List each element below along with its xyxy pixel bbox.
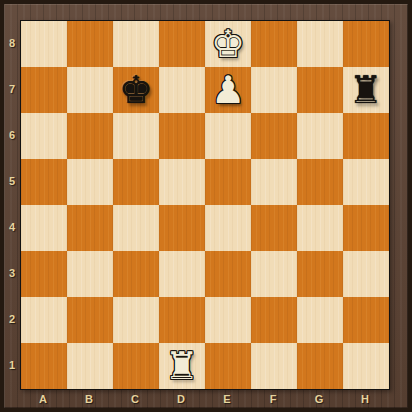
file-label-c: C xyxy=(112,390,158,408)
square-d8[interactable] xyxy=(159,21,205,67)
square-b1[interactable] xyxy=(67,343,113,389)
square-g1[interactable] xyxy=(297,343,343,389)
square-f3[interactable] xyxy=(251,251,297,297)
square-h8[interactable] xyxy=(343,21,389,67)
square-b6[interactable] xyxy=(67,113,113,159)
square-a6[interactable] xyxy=(21,113,67,159)
square-a5[interactable] xyxy=(21,159,67,205)
black-king-piece[interactable]: ♚ xyxy=(113,67,159,113)
square-e8[interactable]: ♚ xyxy=(205,21,251,67)
square-d3[interactable] xyxy=(159,251,205,297)
file-label-e: E xyxy=(204,390,250,408)
file-label-g: G xyxy=(296,390,342,408)
file-label-a: A xyxy=(20,390,66,408)
square-b8[interactable] xyxy=(67,21,113,67)
square-e1[interactable] xyxy=(205,343,251,389)
chess-board-widget: 87654321 ABCDEFGH ♚♚♟♜♜ xyxy=(0,0,412,412)
square-g5[interactable] xyxy=(297,159,343,205)
square-d6[interactable] xyxy=(159,113,205,159)
black-rook-piece[interactable]: ♜ xyxy=(343,67,389,113)
square-d2[interactable] xyxy=(159,297,205,343)
rank-label-3: 3 xyxy=(4,250,20,296)
square-b5[interactable] xyxy=(67,159,113,205)
square-h1[interactable] xyxy=(343,343,389,389)
square-h6[interactable] xyxy=(343,113,389,159)
square-d4[interactable] xyxy=(159,205,205,251)
square-f4[interactable] xyxy=(251,205,297,251)
rank-label-8: 8 xyxy=(4,20,20,66)
square-f2[interactable] xyxy=(251,297,297,343)
square-b7[interactable] xyxy=(67,67,113,113)
square-h2[interactable] xyxy=(343,297,389,343)
rank-label-2: 2 xyxy=(4,296,20,342)
file-label-b: B xyxy=(66,390,112,408)
rank-label-4: 4 xyxy=(4,204,20,250)
square-a3[interactable] xyxy=(21,251,67,297)
square-e2[interactable] xyxy=(205,297,251,343)
square-g2[interactable] xyxy=(297,297,343,343)
square-d5[interactable] xyxy=(159,159,205,205)
square-c6[interactable] xyxy=(113,113,159,159)
rank-label-1: 1 xyxy=(4,342,20,388)
square-g6[interactable] xyxy=(297,113,343,159)
square-h5[interactable] xyxy=(343,159,389,205)
white-pawn-piece[interactable]: ♟ xyxy=(205,67,251,113)
square-c4[interactable] xyxy=(113,205,159,251)
square-d7[interactable] xyxy=(159,67,205,113)
square-e4[interactable] xyxy=(205,205,251,251)
square-a2[interactable] xyxy=(21,297,67,343)
square-f8[interactable] xyxy=(251,21,297,67)
chess-board[interactable]: ♚♚♟♜♜ xyxy=(20,20,390,390)
square-a4[interactable] xyxy=(21,205,67,251)
rank-label-7: 7 xyxy=(4,66,20,112)
square-c3[interactable] xyxy=(113,251,159,297)
square-f7[interactable] xyxy=(251,67,297,113)
square-c7[interactable]: ♚ xyxy=(113,67,159,113)
white-rook-piece[interactable]: ♜ xyxy=(159,343,205,389)
rank-labels: 87654321 xyxy=(4,20,20,388)
square-d1[interactable]: ♜ xyxy=(159,343,205,389)
square-e7[interactable]: ♟ xyxy=(205,67,251,113)
square-f5[interactable] xyxy=(251,159,297,205)
square-g8[interactable] xyxy=(297,21,343,67)
file-label-f: F xyxy=(250,390,296,408)
square-e3[interactable] xyxy=(205,251,251,297)
square-e5[interactable] xyxy=(205,159,251,205)
square-c5[interactable] xyxy=(113,159,159,205)
rank-label-6: 6 xyxy=(4,112,20,158)
square-a7[interactable] xyxy=(21,67,67,113)
square-b2[interactable] xyxy=(67,297,113,343)
square-c8[interactable] xyxy=(113,21,159,67)
square-g3[interactable] xyxy=(297,251,343,297)
square-h4[interactable] xyxy=(343,205,389,251)
square-f6[interactable] xyxy=(251,113,297,159)
square-a1[interactable] xyxy=(21,343,67,389)
square-c1[interactable] xyxy=(113,343,159,389)
square-b4[interactable] xyxy=(67,205,113,251)
square-f1[interactable] xyxy=(251,343,297,389)
file-label-h: H xyxy=(342,390,388,408)
square-a8[interactable] xyxy=(21,21,67,67)
square-g7[interactable] xyxy=(297,67,343,113)
white-king-piece[interactable]: ♚ xyxy=(205,21,251,67)
file-label-d: D xyxy=(158,390,204,408)
square-b3[interactable] xyxy=(67,251,113,297)
square-e6[interactable] xyxy=(205,113,251,159)
square-h3[interactable] xyxy=(343,251,389,297)
square-h7[interactable]: ♜ xyxy=(343,67,389,113)
square-c2[interactable] xyxy=(113,297,159,343)
rank-label-5: 5 xyxy=(4,158,20,204)
file-labels: ABCDEFGH xyxy=(20,390,388,408)
square-g4[interactable] xyxy=(297,205,343,251)
